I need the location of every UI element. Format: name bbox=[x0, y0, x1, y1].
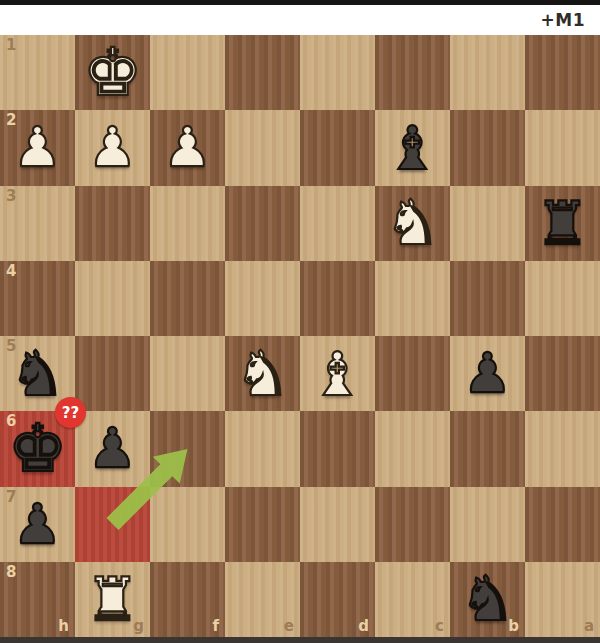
square-g6[interactable]: ♟ bbox=[75, 411, 150, 486]
square-h8[interactable]: 8h bbox=[0, 562, 75, 637]
piece-black-rook[interactable]: ♜ bbox=[536, 193, 590, 253]
rank-label-3: 3 bbox=[6, 189, 16, 204]
rank-label-8: 8 bbox=[6, 565, 16, 580]
square-d4[interactable] bbox=[300, 261, 375, 336]
square-f4[interactable] bbox=[150, 261, 225, 336]
square-b6[interactable] bbox=[450, 411, 525, 486]
rank-label-1: 1 bbox=[6, 38, 16, 53]
square-f8[interactable]: f bbox=[150, 562, 225, 637]
square-c6[interactable] bbox=[375, 411, 450, 486]
square-a2[interactable] bbox=[525, 110, 600, 185]
square-h7[interactable]: 7♟ bbox=[0, 487, 75, 562]
piece-black-pawn[interactable]: ♟ bbox=[463, 346, 512, 401]
piece-white-pawn[interactable]: ♟ bbox=[13, 120, 62, 175]
piece-black-knight[interactable]: ♞ bbox=[460, 568, 516, 630]
piece-white-pawn[interactable]: ♟ bbox=[163, 120, 212, 175]
square-d1[interactable] bbox=[300, 35, 375, 110]
piece-black-pawn[interactable]: ♟ bbox=[13, 497, 62, 552]
square-e6[interactable] bbox=[225, 411, 300, 486]
square-b5[interactable]: ♟ bbox=[450, 336, 525, 411]
bottom-strip bbox=[0, 637, 600, 643]
square-a6[interactable] bbox=[525, 411, 600, 486]
square-g5[interactable] bbox=[75, 336, 150, 411]
square-e8[interactable]: e bbox=[225, 562, 300, 637]
square-g8[interactable]: g♜ bbox=[75, 562, 150, 637]
square-h4[interactable]: 4 bbox=[0, 261, 75, 336]
file-label-a: a bbox=[584, 619, 594, 634]
square-b3[interactable] bbox=[450, 186, 525, 261]
square-f7[interactable] bbox=[150, 487, 225, 562]
screen: +M1 1♚2♟♟♟♝3♞♜45♞♞♝♟6♚♟7♟8hg♜fedcb♞a ?? bbox=[0, 0, 600, 643]
square-e5[interactable]: ♞ bbox=[225, 336, 300, 411]
square-g4[interactable] bbox=[75, 261, 150, 336]
square-b7[interactable] bbox=[450, 487, 525, 562]
square-b4[interactable] bbox=[450, 261, 525, 336]
square-c5[interactable] bbox=[375, 336, 450, 411]
square-d7[interactable] bbox=[300, 487, 375, 562]
square-c8[interactable]: c bbox=[375, 562, 450, 637]
square-a5[interactable] bbox=[525, 336, 600, 411]
file-label-f: f bbox=[212, 619, 219, 634]
square-h2[interactable]: 2♟ bbox=[0, 110, 75, 185]
square-c3[interactable]: ♞ bbox=[375, 186, 450, 261]
square-e3[interactable] bbox=[225, 186, 300, 261]
piece-white-king[interactable]: ♚ bbox=[83, 40, 142, 106]
piece-black-bishop[interactable]: ♝ bbox=[386, 118, 440, 178]
square-e7[interactable] bbox=[225, 487, 300, 562]
square-b8[interactable]: b♞ bbox=[450, 562, 525, 637]
piece-white-bishop[interactable]: ♝ bbox=[311, 344, 365, 404]
rank-label-4: 4 bbox=[6, 264, 16, 279]
piece-white-pawn[interactable]: ♟ bbox=[88, 120, 137, 175]
square-g2[interactable]: ♟ bbox=[75, 110, 150, 185]
square-f1[interactable] bbox=[150, 35, 225, 110]
square-f5[interactable] bbox=[150, 336, 225, 411]
evaluation-label: +M1 bbox=[541, 10, 586, 30]
square-a3[interactable]: ♜ bbox=[525, 186, 600, 261]
square-d6[interactable] bbox=[300, 411, 375, 486]
square-d5[interactable]: ♝ bbox=[300, 336, 375, 411]
square-c4[interactable] bbox=[375, 261, 450, 336]
blunder-badge: ?? bbox=[55, 397, 86, 428]
square-b2[interactable] bbox=[450, 110, 525, 185]
square-g3[interactable] bbox=[75, 186, 150, 261]
square-f6[interactable] bbox=[150, 411, 225, 486]
square-g7[interactable] bbox=[75, 487, 150, 562]
file-label-h: h bbox=[58, 619, 69, 634]
square-f3[interactable] bbox=[150, 186, 225, 261]
square-a8[interactable]: a bbox=[525, 562, 600, 637]
square-e2[interactable] bbox=[225, 110, 300, 185]
piece-black-king[interactable]: ♚ bbox=[8, 416, 67, 482]
square-a4[interactable] bbox=[525, 261, 600, 336]
piece-white-rook[interactable]: ♜ bbox=[86, 569, 140, 629]
square-d2[interactable] bbox=[300, 110, 375, 185]
square-c1[interactable] bbox=[375, 35, 450, 110]
square-e1[interactable] bbox=[225, 35, 300, 110]
chess-board[interactable]: 1♚2♟♟♟♝3♞♜45♞♞♝♟6♚♟7♟8hg♜fedcb♞a ?? bbox=[0, 35, 600, 637]
square-d3[interactable] bbox=[300, 186, 375, 261]
piece-black-pawn[interactable]: ♟ bbox=[88, 421, 137, 476]
file-label-c: c bbox=[435, 619, 444, 634]
square-c2[interactable]: ♝ bbox=[375, 110, 450, 185]
square-f2[interactable]: ♟ bbox=[150, 110, 225, 185]
piece-white-knight[interactable]: ♞ bbox=[385, 192, 441, 254]
piece-white-knight[interactable]: ♞ bbox=[235, 343, 291, 405]
top-bar: +M1 bbox=[0, 5, 600, 35]
square-a1[interactable] bbox=[525, 35, 600, 110]
square-b1[interactable] bbox=[450, 35, 525, 110]
file-label-e: e bbox=[284, 619, 294, 634]
square-c7[interactable] bbox=[375, 487, 450, 562]
square-e4[interactable] bbox=[225, 261, 300, 336]
square-h1[interactable]: 1 bbox=[0, 35, 75, 110]
square-a7[interactable] bbox=[525, 487, 600, 562]
file-label-d: d bbox=[358, 619, 369, 634]
piece-black-knight[interactable]: ♞ bbox=[10, 343, 66, 405]
square-d8[interactable]: d bbox=[300, 562, 375, 637]
square-h3[interactable]: 3 bbox=[0, 186, 75, 261]
square-g1[interactable]: ♚ bbox=[75, 35, 150, 110]
